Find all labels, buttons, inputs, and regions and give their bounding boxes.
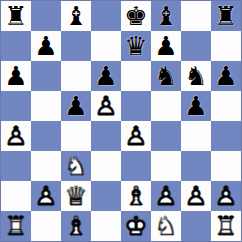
square-a4[interactable]: ♟♙ [1,121,31,151]
square-b5[interactable] [31,91,61,121]
square-g5[interactable]: ♟ [181,91,211,121]
square-d6[interactable]: ♟ [91,61,121,91]
piece-glyph-outline: ♘ [61,151,91,181]
piece-black-pawn[interactable]: ♟ [61,91,91,121]
piece-glyph-outline: ♙ [211,181,241,211]
piece-black-pawn[interactable]: ♟ [211,61,241,91]
square-h1[interactable]: ♜♖ [211,211,241,241]
piece-white-pawn[interactable]: ♟♙ [91,91,121,121]
piece-white-pawn[interactable]: ♟♙ [1,121,31,151]
square-h6[interactable]: ♟ [211,61,241,91]
piece-glyph-outline: ♙ [181,181,211,211]
piece-white-rook[interactable]: ♜♖ [211,211,241,241]
square-c7[interactable] [61,31,91,61]
square-c6[interactable] [61,61,91,91]
piece-white-bishop[interactable]: ♝♗ [121,181,151,211]
square-g6[interactable]: ♞ [181,61,211,91]
piece-glyph-outline: ♔ [121,211,151,241]
piece-glyph-outline: ♖ [211,211,241,241]
piece-white-pawn[interactable]: ♟♙ [121,121,151,151]
square-e2[interactable]: ♝♗ [121,181,151,211]
piece-white-king[interactable]: ♚♔ [121,211,151,241]
piece-white-bishop[interactable]: ♝♗ [61,211,91,241]
piece-white-pawn[interactable]: ♟♙ [31,181,61,211]
piece-white-knight[interactable]: ♞♘ [151,211,181,241]
square-f2[interactable]: ♟♙ [151,181,181,211]
square-a2[interactable] [1,181,31,211]
piece-glyph-outline: ♙ [121,121,151,151]
square-a5[interactable] [1,91,31,121]
piece-black-queen[interactable]: ♛ [121,31,151,61]
piece-black-bishop[interactable]: ♝ [151,1,181,31]
square-d1[interactable] [91,211,121,241]
square-d4[interactable] [91,121,121,151]
square-c3[interactable]: ♞♘ [61,151,91,181]
piece-black-king[interactable]: ♚ [121,1,151,31]
piece-glyph-outline: ♖ [1,211,31,241]
piece-black-pawn[interactable]: ♟ [181,91,211,121]
square-h3[interactable] [211,151,241,181]
piece-white-knight[interactable]: ♞♘ [61,151,91,181]
piece-glyph-outline: ♗ [61,211,91,241]
square-a1[interactable]: ♜♖ [1,211,31,241]
square-d2[interactable] [91,181,121,211]
piece-white-rook[interactable]: ♜♖ [1,211,31,241]
square-g1[interactable] [181,211,211,241]
chess-board: ♜♝♚♝♜♟♛♟♟♟♞♞♟♟♟♙♟♟♙♟♙♞♘♟♙♛♕♝♗♟♙♟♙♟♙♜♖♝♗♚… [0,0,242,242]
square-f6[interactable]: ♞ [151,61,181,91]
piece-glyph-outline: ♙ [1,121,31,151]
square-g2[interactable]: ♟♙ [181,181,211,211]
piece-black-pawn[interactable]: ♟ [1,61,31,91]
square-f8[interactable]: ♝ [151,1,181,31]
square-b4[interactable] [31,121,61,151]
square-b2[interactable]: ♟♙ [31,181,61,211]
piece-glyph-outline: ♘ [151,211,181,241]
piece-black-rook[interactable]: ♜ [1,1,31,31]
piece-glyph-outline: ♙ [31,181,61,211]
square-f4[interactable] [151,121,181,151]
square-e8[interactable]: ♚ [121,1,151,31]
piece-black-knight[interactable]: ♞ [181,61,211,91]
square-g8[interactable] [181,1,211,31]
square-e7[interactable]: ♛ [121,31,151,61]
square-f7[interactable]: ♟ [151,31,181,61]
square-g7[interactable] [181,31,211,61]
square-f3[interactable] [151,151,181,181]
square-g4[interactable] [181,121,211,151]
square-d5[interactable]: ♟♙ [91,91,121,121]
piece-glyph-outline: ♗ [121,181,151,211]
square-h4[interactable] [211,121,241,151]
square-e4[interactable]: ♟♙ [121,121,151,151]
square-e1[interactable]: ♚♔ [121,211,151,241]
square-b1[interactable] [31,211,61,241]
piece-black-pawn[interactable]: ♟ [151,31,181,61]
piece-white-queen[interactable]: ♛♕ [61,181,91,211]
square-f5[interactable] [151,91,181,121]
square-e5[interactable] [121,91,151,121]
square-a3[interactable] [1,151,31,181]
square-f1[interactable]: ♞♘ [151,211,181,241]
piece-white-pawn[interactable]: ♟♙ [151,181,181,211]
square-d7[interactable] [91,31,121,61]
square-b7[interactable]: ♟ [31,31,61,61]
square-d3[interactable] [91,151,121,181]
square-e3[interactable] [121,151,151,181]
square-h7[interactable] [211,31,241,61]
square-e6[interactable] [121,61,151,91]
square-c1[interactable]: ♝♗ [61,211,91,241]
square-c2[interactable]: ♛♕ [61,181,91,211]
square-d8[interactable] [91,1,121,31]
square-h8[interactable]: ♜ [211,1,241,31]
square-c4[interactable] [61,121,91,151]
square-h2[interactable]: ♟♙ [211,181,241,211]
piece-white-pawn[interactable]: ♟♙ [211,181,241,211]
square-c5[interactable]: ♟ [61,91,91,121]
piece-black-rook[interactable]: ♜ [211,1,241,31]
piece-glyph-outline: ♙ [91,91,121,121]
square-a8[interactable]: ♜ [1,1,31,31]
square-c8[interactable]: ♝ [61,1,91,31]
piece-black-pawn[interactable]: ♟ [91,61,121,91]
piece-black-bishop[interactable]: ♝ [61,1,91,31]
piece-glyph-outline: ♕ [61,181,91,211]
piece-white-pawn[interactable]: ♟♙ [181,181,211,211]
piece-black-knight[interactable]: ♞ [151,61,181,91]
square-g3[interactable] [181,151,211,181]
square-a6[interactable]: ♟ [1,61,31,91]
square-h5[interactable] [211,91,241,121]
square-a7[interactable] [1,31,31,61]
square-b8[interactable] [31,1,61,31]
square-b3[interactable] [31,151,61,181]
square-b6[interactable] [31,61,61,91]
piece-black-pawn[interactable]: ♟ [31,31,61,61]
piece-glyph-outline: ♙ [151,181,181,211]
